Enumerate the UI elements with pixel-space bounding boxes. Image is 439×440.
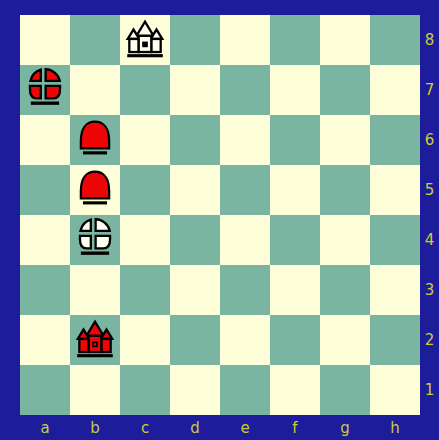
square-g7[interactable] [320, 65, 370, 115]
chess-board-frame: 87654321 abcdefgh [0, 0, 439, 440]
rank-label-6: 6 [420, 115, 439, 165]
square-c7[interactable] [120, 65, 170, 115]
square-d2[interactable] [170, 315, 220, 365]
square-a4[interactable] [20, 215, 70, 265]
square-f6[interactable] [270, 115, 320, 165]
square-f2[interactable] [270, 315, 320, 365]
square-h6[interactable] [370, 115, 420, 165]
square-e6[interactable] [220, 115, 270, 165]
square-h3[interactable] [370, 265, 420, 315]
square-e8[interactable] [220, 15, 270, 65]
file-label-f: f [270, 415, 320, 440]
square-e4[interactable] [220, 215, 270, 265]
square-b3[interactable] [70, 265, 120, 315]
square-g1[interactable] [320, 365, 370, 415]
piece-red-pawn[interactable] [72, 117, 118, 163]
piece-red-king[interactable] [22, 67, 68, 113]
square-a3[interactable] [20, 265, 70, 315]
file-label-h: h [370, 415, 420, 440]
square-d5[interactable] [170, 165, 220, 215]
square-a5[interactable] [20, 165, 70, 215]
square-a6[interactable] [20, 115, 70, 165]
rank-label-1: 1 [420, 365, 439, 415]
file-labels: abcdefgh [20, 415, 420, 440]
rank-label-2: 2 [420, 315, 439, 365]
piece-white-king[interactable] [72, 217, 118, 263]
square-h5[interactable] [370, 165, 420, 215]
square-e3[interactable] [220, 265, 270, 315]
square-a1[interactable] [20, 365, 70, 415]
rank-label-8: 8 [420, 15, 439, 65]
square-e7[interactable] [220, 65, 270, 115]
square-b7[interactable] [70, 65, 120, 115]
rank-labels: 87654321 [420, 15, 439, 415]
piece-white-rook[interactable] [122, 17, 168, 63]
square-g5[interactable] [320, 165, 370, 215]
square-c4[interactable] [120, 215, 170, 265]
square-c6[interactable] [120, 115, 170, 165]
square-g3[interactable] [320, 265, 370, 315]
square-f1[interactable] [270, 365, 320, 415]
file-label-g: g [320, 415, 370, 440]
piece-red-pawn[interactable] [72, 167, 118, 213]
square-h1[interactable] [370, 365, 420, 415]
square-h7[interactable] [370, 65, 420, 115]
square-e2[interactable] [220, 315, 270, 365]
square-c5[interactable] [120, 165, 170, 215]
rank-label-3: 3 [420, 265, 439, 315]
square-b6[interactable] [70, 115, 120, 165]
square-d6[interactable] [170, 115, 220, 165]
square-g2[interactable] [320, 315, 370, 365]
square-g8[interactable] [320, 15, 370, 65]
square-f5[interactable] [270, 165, 320, 215]
file-label-e: e [220, 415, 270, 440]
square-e5[interactable] [220, 165, 270, 215]
square-b4[interactable] [70, 215, 120, 265]
square-f8[interactable] [270, 15, 320, 65]
file-label-d: d [170, 415, 220, 440]
square-f4[interactable] [270, 215, 320, 265]
square-d8[interactable] [170, 15, 220, 65]
square-a2[interactable] [20, 315, 70, 365]
square-b1[interactable] [70, 365, 120, 415]
square-c1[interactable] [120, 365, 170, 415]
square-b2[interactable] [70, 315, 120, 365]
piece-red-rook[interactable] [72, 317, 118, 363]
square-h2[interactable] [370, 315, 420, 365]
file-label-a: a [20, 415, 70, 440]
square-d4[interactable] [170, 215, 220, 265]
square-g6[interactable] [320, 115, 370, 165]
square-h4[interactable] [370, 215, 420, 265]
file-label-c: c [120, 415, 170, 440]
square-h8[interactable] [370, 15, 420, 65]
square-b5[interactable] [70, 165, 120, 215]
square-b8[interactable] [70, 15, 120, 65]
file-label-b: b [70, 415, 120, 440]
rank-label-5: 5 [420, 165, 439, 215]
square-d7[interactable] [170, 65, 220, 115]
rank-label-4: 4 [420, 215, 439, 265]
square-e1[interactable] [220, 365, 270, 415]
square-d3[interactable] [170, 265, 220, 315]
square-f3[interactable] [270, 265, 320, 315]
rank-label-7: 7 [420, 65, 439, 115]
square-d1[interactable] [170, 365, 220, 415]
square-g4[interactable] [320, 215, 370, 265]
square-c3[interactable] [120, 265, 170, 315]
square-f7[interactable] [270, 65, 320, 115]
square-c2[interactable] [120, 315, 170, 365]
board [20, 15, 420, 415]
square-a8[interactable] [20, 15, 70, 65]
square-c8[interactable] [120, 15, 170, 65]
square-a7[interactable] [20, 65, 70, 115]
